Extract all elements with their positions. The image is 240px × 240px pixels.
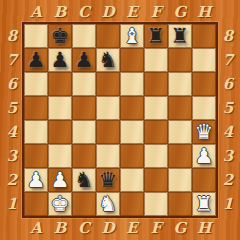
square-h7[interactable] — [192, 48, 216, 72]
square-f8[interactable]: ♜ — [144, 24, 168, 48]
square-d5[interactable] — [96, 96, 120, 120]
rank-label-6: 6 — [0, 72, 24, 96]
piece-black-rook[interactable]: ♜ — [171, 24, 190, 48]
square-b3[interactable] — [48, 144, 72, 168]
square-d6[interactable] — [96, 72, 120, 96]
rank-label-5: 5 — [216, 96, 240, 120]
file-label-a: A — [24, 0, 48, 24]
file-label-b: B — [48, 0, 72, 24]
square-f7[interactable] — [144, 48, 168, 72]
piece-black-rook[interactable]: ♜ — [147, 24, 166, 48]
square-h2[interactable] — [192, 168, 216, 192]
rank-label-4: 4 — [0, 120, 24, 144]
square-c1[interactable] — [72, 192, 96, 216]
square-c7[interactable]: ♟ — [72, 48, 96, 72]
square-h5[interactable] — [192, 96, 216, 120]
piece-black-pawn[interactable]: ♟ — [27, 48, 46, 72]
square-g6[interactable] — [168, 72, 192, 96]
square-a3[interactable] — [24, 144, 48, 168]
square-c4[interactable] — [72, 120, 96, 144]
piece-white-king[interactable]: ♚ — [51, 192, 70, 216]
square-b8[interactable]: ♚ — [48, 24, 72, 48]
square-g1[interactable] — [168, 192, 192, 216]
piece-white-queen[interactable]: ♛ — [195, 120, 214, 144]
file-label-f: F — [144, 216, 168, 240]
square-f6[interactable] — [144, 72, 168, 96]
chess-board-frame: ABCDEFGH ABCDEFGH 87654321 87654321 ♚♝♜♜… — [0, 0, 240, 240]
file-label-d: D — [96, 216, 120, 240]
piece-black-knight[interactable]: ♞ — [99, 48, 118, 72]
square-h3[interactable]: ♟ — [192, 144, 216, 168]
file-label-f: F — [144, 0, 168, 24]
square-d1[interactable]: ♞ — [96, 192, 120, 216]
piece-white-bishop[interactable]: ♝ — [123, 24, 142, 48]
piece-white-pawn[interactable]: ♟ — [27, 168, 46, 192]
square-g4[interactable] — [168, 120, 192, 144]
file-label-c: C — [72, 216, 96, 240]
square-f2[interactable] — [144, 168, 168, 192]
square-g8[interactable]: ♜ — [168, 24, 192, 48]
square-c3[interactable] — [72, 144, 96, 168]
rank-label-3: 3 — [216, 144, 240, 168]
square-c2[interactable]: ♞ — [72, 168, 96, 192]
square-e7[interactable] — [120, 48, 144, 72]
piece-white-pawn[interactable]: ♟ — [195, 144, 214, 168]
square-b2[interactable]: ♟ — [48, 168, 72, 192]
square-a4[interactable] — [24, 120, 48, 144]
square-h4[interactable]: ♛ — [192, 120, 216, 144]
square-b1[interactable]: ♚ — [48, 192, 72, 216]
piece-white-rook[interactable]: ♜ — [195, 192, 214, 216]
rank-label-2: 2 — [216, 168, 240, 192]
square-g3[interactable] — [168, 144, 192, 168]
square-e6[interactable] — [120, 72, 144, 96]
square-a2[interactable]: ♟ — [24, 168, 48, 192]
square-d7[interactable]: ♞ — [96, 48, 120, 72]
piece-black-knight[interactable]: ♞ — [75, 168, 94, 192]
square-e2[interactable] — [120, 168, 144, 192]
square-e4[interactable] — [120, 120, 144, 144]
file-label-c: C — [72, 0, 96, 24]
square-b4[interactable] — [48, 120, 72, 144]
rank-labels-left: 87654321 — [0, 24, 24, 216]
rank-label-1: 1 — [216, 192, 240, 216]
rank-label-6: 6 — [216, 72, 240, 96]
square-e8[interactable]: ♝ — [120, 24, 144, 48]
square-h1[interactable]: ♜ — [192, 192, 216, 216]
file-label-g: G — [168, 0, 192, 24]
square-c6[interactable] — [72, 72, 96, 96]
square-a1[interactable] — [24, 192, 48, 216]
square-b7[interactable]: ♟ — [48, 48, 72, 72]
square-b5[interactable] — [48, 96, 72, 120]
square-e3[interactable] — [120, 144, 144, 168]
file-label-a: A — [24, 216, 48, 240]
piece-black-pawn[interactable]: ♟ — [51, 48, 70, 72]
square-g7[interactable] — [168, 48, 192, 72]
file-label-g: G — [168, 216, 192, 240]
rank-label-8: 8 — [216, 24, 240, 48]
rank-label-7: 7 — [0, 48, 24, 72]
file-label-h: H — [192, 216, 216, 240]
file-label-e: E — [120, 0, 144, 24]
square-a5[interactable] — [24, 96, 48, 120]
square-b6[interactable] — [48, 72, 72, 96]
square-h6[interactable] — [192, 72, 216, 96]
rank-label-2: 2 — [0, 168, 24, 192]
square-e5[interactable] — [120, 96, 144, 120]
square-d8[interactable] — [96, 24, 120, 48]
piece-black-king[interactable]: ♚ — [51, 24, 70, 48]
rank-label-5: 5 — [0, 96, 24, 120]
file-labels-top: ABCDEFGH — [24, 0, 216, 24]
square-f1[interactable] — [144, 192, 168, 216]
piece-white-knight[interactable]: ♞ — [99, 192, 118, 216]
square-d2[interactable]: ♛ — [96, 168, 120, 192]
square-h8[interactable] — [192, 24, 216, 48]
piece-black-queen[interactable]: ♛ — [99, 168, 118, 192]
square-d4[interactable] — [96, 120, 120, 144]
rank-label-7: 7 — [216, 48, 240, 72]
square-f5[interactable] — [144, 96, 168, 120]
square-c5[interactable] — [72, 96, 96, 120]
file-labels-bottom: ABCDEFGH — [24, 216, 216, 240]
square-d3[interactable] — [96, 144, 120, 168]
rank-label-8: 8 — [0, 24, 24, 48]
square-g5[interactable] — [168, 96, 192, 120]
file-label-h: H — [192, 0, 216, 24]
piece-black-pawn[interactable]: ♟ — [75, 48, 94, 72]
square-f3[interactable] — [144, 144, 168, 168]
square-a7[interactable]: ♟ — [24, 48, 48, 72]
file-label-d: D — [96, 0, 120, 24]
chess-board: ♚♝♜♜♟♟♟♞♛♟♟♟♞♛♚♞♜ — [24, 24, 216, 216]
piece-white-pawn[interactable]: ♟ — [51, 168, 70, 192]
rank-label-4: 4 — [216, 120, 240, 144]
rank-label-1: 1 — [0, 192, 24, 216]
square-a8[interactable] — [24, 24, 48, 48]
rank-label-3: 3 — [0, 144, 24, 168]
square-g2[interactable] — [168, 168, 192, 192]
file-label-e: E — [120, 216, 144, 240]
file-label-b: B — [48, 216, 72, 240]
square-e1[interactable] — [120, 192, 144, 216]
square-f4[interactable] — [144, 120, 168, 144]
square-a6[interactable] — [24, 72, 48, 96]
rank-labels-right: 87654321 — [216, 24, 240, 216]
square-c8[interactable] — [72, 24, 96, 48]
